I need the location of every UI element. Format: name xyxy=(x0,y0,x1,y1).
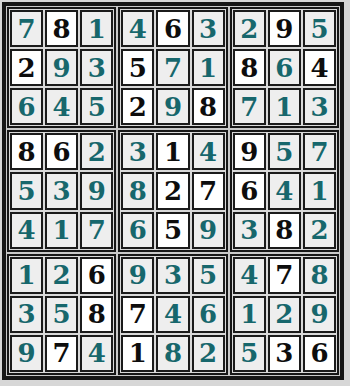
sudoku-block-4: 862539417 xyxy=(7,130,116,251)
cell-r9c5[interactable]: 8 xyxy=(156,335,189,372)
cell-r9c8[interactable]: 3 xyxy=(268,335,301,372)
cell-r7c1[interactable]: 1 xyxy=(10,257,43,294)
sudoku-block-5: 314827659 xyxy=(118,130,227,251)
cell-r5c4[interactable]: 8 xyxy=(121,172,154,209)
cell-r5c6[interactable]: 7 xyxy=(192,172,225,209)
cell-r6c9[interactable]: 2 xyxy=(303,212,336,249)
cell-r9c4[interactable]: 1 xyxy=(121,335,154,372)
cell-r3c3[interactable]: 5 xyxy=(80,88,113,125)
cell-r4c6[interactable]: 4 xyxy=(192,133,225,170)
cell-r3c7[interactable]: 7 xyxy=(233,88,266,125)
cell-r7c7[interactable]: 4 xyxy=(233,257,266,294)
cell-r4c9[interactable]: 7 xyxy=(303,133,336,170)
cell-r1c8[interactable]: 9 xyxy=(268,10,301,47)
cell-r4c4[interactable]: 3 xyxy=(121,133,154,170)
cell-r7c4[interactable]: 9 xyxy=(121,257,154,294)
sudoku-block-1: 781293645 xyxy=(7,7,116,128)
cell-r1c2[interactable]: 8 xyxy=(45,10,78,47)
cell-r9c1[interactable]: 9 xyxy=(10,335,43,372)
cell-r8c4[interactable]: 7 xyxy=(121,296,154,333)
cell-r9c7[interactable]: 5 xyxy=(233,335,266,372)
cell-r6c1[interactable]: 4 xyxy=(10,212,43,249)
cell-r1c7[interactable]: 2 xyxy=(233,10,266,47)
cell-r2c4[interactable]: 5 xyxy=(121,49,154,86)
cell-r9c3[interactable]: 4 xyxy=(80,335,113,372)
cell-r9c2[interactable]: 7 xyxy=(45,335,78,372)
cell-r6c4[interactable]: 6 xyxy=(121,212,154,249)
sudoku-block-9: 478129536 xyxy=(230,254,339,375)
cell-r3c9[interactable]: 3 xyxy=(303,88,336,125)
cell-r8c7[interactable]: 1 xyxy=(233,296,266,333)
cell-r5c2[interactable]: 3 xyxy=(45,172,78,209)
cell-r7c3[interactable]: 6 xyxy=(80,257,113,294)
sudoku-block-3: 295864713 xyxy=(230,7,339,128)
cell-r7c2[interactable]: 2 xyxy=(45,257,78,294)
cell-r7c8[interactable]: 7 xyxy=(268,257,301,294)
cell-r1c1[interactable]: 7 xyxy=(10,10,43,47)
cell-r3c8[interactable]: 1 xyxy=(268,88,301,125)
cell-r5c7[interactable]: 6 xyxy=(233,172,266,209)
cell-r6c3[interactable]: 7 xyxy=(80,212,113,249)
cell-r8c2[interactable]: 5 xyxy=(45,296,78,333)
cell-r3c1[interactable]: 6 xyxy=(10,88,43,125)
cell-r7c9[interactable]: 8 xyxy=(303,257,336,294)
cell-r2c6[interactable]: 1 xyxy=(192,49,225,86)
cell-r3c2[interactable]: 4 xyxy=(45,88,78,125)
cell-r7c5[interactable]: 3 xyxy=(156,257,189,294)
cell-r8c8[interactable]: 2 xyxy=(268,296,301,333)
cell-r8c5[interactable]: 4 xyxy=(156,296,189,333)
cell-r5c9[interactable]: 1 xyxy=(303,172,336,209)
sudoku-block-8: 935746182 xyxy=(118,254,227,375)
cell-r8c6[interactable]: 6 xyxy=(192,296,225,333)
cell-r8c9[interactable]: 9 xyxy=(303,296,336,333)
cell-r4c3[interactable]: 2 xyxy=(80,133,113,170)
cell-r2c3[interactable]: 3 xyxy=(80,49,113,86)
cell-r7c6[interactable]: 5 xyxy=(192,257,225,294)
cell-r1c6[interactable]: 3 xyxy=(192,10,225,47)
sudoku-block-2: 463571298 xyxy=(118,7,227,128)
cell-r6c6[interactable]: 9 xyxy=(192,212,225,249)
cell-r4c2[interactable]: 6 xyxy=(45,133,78,170)
cell-r1c9[interactable]: 5 xyxy=(303,10,336,47)
cell-r2c8[interactable]: 6 xyxy=(268,49,301,86)
cell-r4c1[interactable]: 8 xyxy=(10,133,43,170)
cell-r2c9[interactable]: 4 xyxy=(303,49,336,86)
cell-r5c8[interactable]: 4 xyxy=(268,172,301,209)
cell-r6c8[interactable]: 8 xyxy=(268,212,301,249)
sudoku-block-6: 957641382 xyxy=(230,130,339,251)
cell-r6c5[interactable]: 5 xyxy=(156,212,189,249)
cell-r8c3[interactable]: 8 xyxy=(80,296,113,333)
cell-r2c5[interactable]: 7 xyxy=(156,49,189,86)
cell-r1c4[interactable]: 4 xyxy=(121,10,154,47)
cell-r2c1[interactable]: 2 xyxy=(10,49,43,86)
cell-r4c8[interactable]: 5 xyxy=(268,133,301,170)
cell-r1c5[interactable]: 6 xyxy=(156,10,189,47)
cell-r5c3[interactable]: 9 xyxy=(80,172,113,209)
cell-r4c7[interactable]: 9 xyxy=(233,133,266,170)
cell-r2c7[interactable]: 8 xyxy=(233,49,266,86)
sudoku-board: 7812936454635712982958647138625394173148… xyxy=(2,2,344,380)
cell-r4c5[interactable]: 1 xyxy=(156,133,189,170)
cell-r3c5[interactable]: 9 xyxy=(156,88,189,125)
cell-r2c2[interactable]: 9 xyxy=(45,49,78,86)
cell-r5c1[interactable]: 5 xyxy=(10,172,43,209)
sudoku-block-7: 126358974 xyxy=(7,254,116,375)
cell-r9c6[interactable]: 2 xyxy=(192,335,225,372)
cell-r3c4[interactable]: 2 xyxy=(121,88,154,125)
cell-r6c2[interactable]: 1 xyxy=(45,212,78,249)
cell-r5c5[interactable]: 2 xyxy=(156,172,189,209)
cell-r8c1[interactable]: 3 xyxy=(10,296,43,333)
cell-r6c7[interactable]: 3 xyxy=(233,212,266,249)
cell-r9c9[interactable]: 6 xyxy=(303,335,336,372)
cell-r3c6[interactable]: 8 xyxy=(192,88,225,125)
cell-r1c3[interactable]: 1 xyxy=(80,10,113,47)
